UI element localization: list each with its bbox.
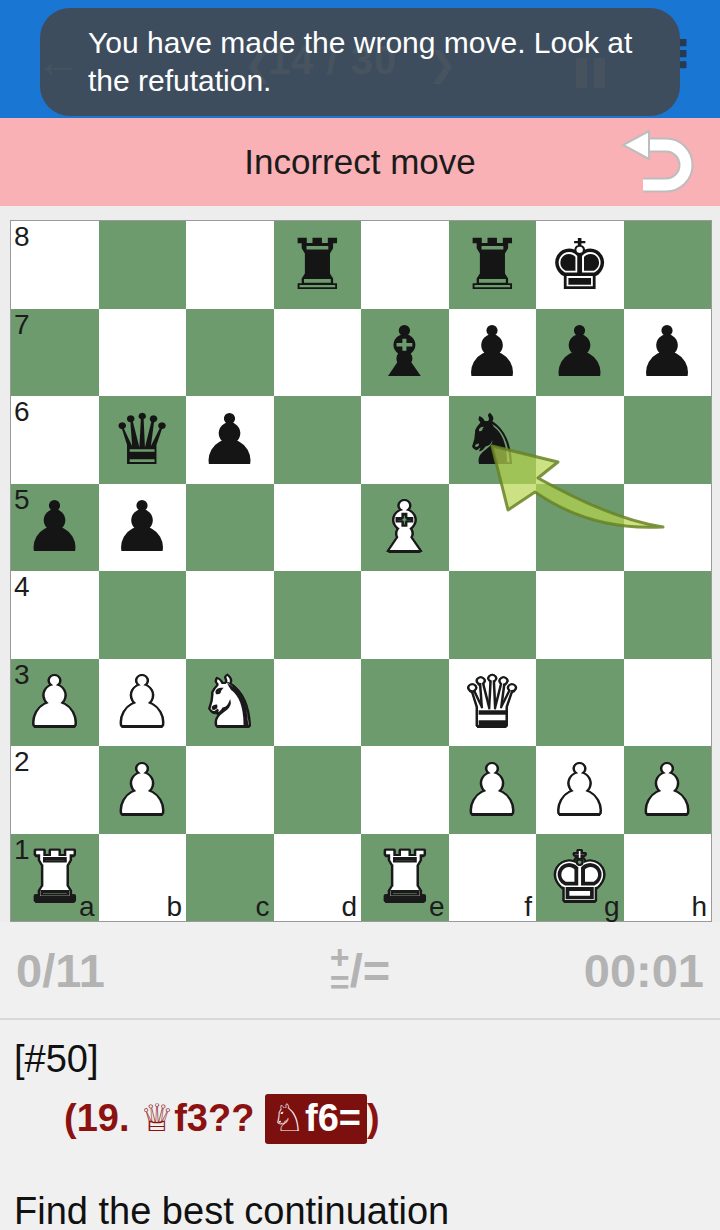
piece-white-pawn[interactable]: ♟ — [111, 667, 174, 737]
square-h6[interactable] — [624, 396, 712, 484]
rank-label-7: 7 — [14, 309, 30, 341]
square-f1[interactable]: f — [449, 834, 537, 922]
square-d5[interactable] — [274, 484, 362, 572]
square-h1[interactable]: h — [624, 834, 712, 922]
square-a8[interactable]: 8 — [11, 221, 99, 309]
file-label-c: c — [256, 891, 270, 923]
square-g2[interactable]: ♟ — [536, 746, 624, 834]
square-b5[interactable]: ♟ — [99, 484, 187, 572]
square-h8[interactable] — [624, 221, 712, 309]
square-g7[interactable]: ♟ — [536, 309, 624, 397]
board-section: 8♜♜♚7♝♟♟♟6♛♟♞5♟♟♝43♟♟♞♛2♟♟♟♟1a♜bcde♜fg♚h — [0, 206, 720, 922]
square-f3[interactable]: ♛ — [449, 659, 537, 747]
square-b1[interactable]: b — [99, 834, 187, 922]
file-label-b: b — [166, 891, 182, 923]
piece-black-king[interactable]: ♚ — [548, 230, 611, 300]
square-c8[interactable] — [186, 221, 274, 309]
square-b8[interactable] — [99, 221, 187, 309]
rank-label-8: 8 — [14, 221, 30, 253]
file-label-g: g — [604, 891, 620, 923]
square-f7[interactable]: ♟ — [449, 309, 537, 397]
eval-rest: /= — [350, 943, 391, 998]
file-label-h: h — [691, 891, 707, 923]
piece-white-pawn[interactable]: ♟ — [548, 755, 611, 825]
square-h2[interactable]: ♟ — [624, 746, 712, 834]
square-e1[interactable]: e♜ — [361, 834, 449, 922]
square-a3[interactable]: 3♟ — [11, 659, 99, 747]
square-b6[interactable]: ♛ — [99, 396, 187, 484]
piece-white-bishop[interactable]: ♝ — [373, 492, 436, 562]
puzzle-number: [#50] — [14, 1034, 706, 1084]
square-a7[interactable]: 7 — [11, 309, 99, 397]
square-a2[interactable]: 2 — [11, 746, 99, 834]
banner-text: Incorrect move — [244, 142, 475, 182]
screen: ← ❮ 14 / 30 ❯ ⋮ You have made the wrong … — [0, 0, 720, 1230]
chess-board[interactable]: 8♜♜♚7♝♟♟♟6♛♟♞5♟♟♝43♟♟♞♛2♟♟♟♟1a♜bcde♜fg♚h — [10, 220, 712, 922]
toast-message: You have made the wrong move. Look at th… — [40, 8, 680, 116]
white-move: f3?? — [174, 1097, 265, 1139]
square-d2[interactable] — [274, 746, 362, 834]
appbar: ← ❮ 14 / 30 ❯ ⋮ You have made the wrong … — [0, 0, 720, 118]
piece-white-pawn[interactable]: ♟ — [636, 755, 699, 825]
score-counter: 0/11 — [16, 943, 105, 998]
piece-white-pawn[interactable]: ♟ — [111, 755, 174, 825]
square-d3[interactable] — [274, 659, 362, 747]
rank-label-6: 6 — [14, 396, 30, 428]
square-h4[interactable] — [624, 571, 712, 659]
square-e2[interactable] — [361, 746, 449, 834]
square-g3[interactable] — [536, 659, 624, 747]
rank-label-1: 1 — [14, 834, 30, 866]
piece-black-knight[interactable]: ♞ — [461, 405, 524, 475]
piece-black-pawn[interactable]: ♟ — [461, 317, 524, 387]
square-b7[interactable] — [99, 309, 187, 397]
square-f5[interactable] — [449, 484, 537, 572]
square-g5[interactable] — [536, 484, 624, 572]
square-c6[interactable]: ♟ — [186, 396, 274, 484]
square-h5[interactable] — [624, 484, 712, 572]
file-label-a: a — [79, 891, 95, 923]
piece-white-queen[interactable]: ♛ — [461, 667, 524, 737]
evaluation-symbol: + = /= — [330, 943, 390, 998]
eval-under: = — [330, 970, 350, 995]
square-b2[interactable]: ♟ — [99, 746, 187, 834]
square-c5[interactable] — [186, 484, 274, 572]
square-a5[interactable]: 5♟ — [11, 484, 99, 572]
rank-label-3: 3 — [14, 659, 30, 691]
black-knight-figurine: ♘ — [271, 1096, 305, 1140]
square-e5[interactable]: ♝ — [361, 484, 449, 572]
piece-white-knight[interactable]: ♞ — [198, 667, 261, 737]
square-b4[interactable] — [99, 571, 187, 659]
task-prompt: Find the best continuation — [14, 1190, 706, 1230]
square-e7[interactable]: ♝ — [361, 309, 449, 397]
piece-black-bishop[interactable]: ♝ — [373, 317, 436, 387]
square-e4[interactable] — [361, 571, 449, 659]
piece-black-pawn[interactable]: ♟ — [548, 317, 611, 387]
file-label-d: d — [341, 891, 357, 923]
square-d7[interactable] — [274, 309, 362, 397]
square-g1[interactable]: g♚ — [536, 834, 624, 922]
square-f8[interactable]: ♜ — [449, 221, 537, 309]
square-b3[interactable]: ♟ — [99, 659, 187, 747]
square-d6[interactable] — [274, 396, 362, 484]
square-a6[interactable]: 6 — [11, 396, 99, 484]
square-h7[interactable]: ♟ — [624, 309, 712, 397]
square-c3[interactable]: ♞ — [186, 659, 274, 747]
incorrect-move-banner: Incorrect move — [0, 118, 720, 206]
piece-white-rook[interactable]: ♜ — [373, 842, 436, 912]
piece-white-pawn[interactable]: ♟ — [461, 755, 524, 825]
square-g4[interactable] — [536, 571, 624, 659]
file-label-f: f — [524, 891, 532, 923]
square-c2[interactable] — [186, 746, 274, 834]
square-a1[interactable]: 1a♜ — [11, 834, 99, 922]
piece-black-pawn[interactable]: ♟ — [636, 317, 699, 387]
piece-black-rook[interactable]: ♜ — [461, 230, 524, 300]
piece-black-pawn[interactable]: ♟ — [198, 405, 261, 475]
square-h3[interactable] — [624, 659, 712, 747]
piece-black-rook[interactable]: ♜ — [286, 230, 349, 300]
square-c1[interactable]: c — [186, 834, 274, 922]
square-g6[interactable] — [536, 396, 624, 484]
timer: 00:01 — [584, 943, 704, 998]
black-move: f6= — [305, 1097, 361, 1139]
square-f4[interactable] — [449, 571, 537, 659]
square-c4[interactable] — [186, 571, 274, 659]
square-e3[interactable] — [361, 659, 449, 747]
refutation-highlight[interactable]: ♘f6= — [265, 1094, 367, 1144]
file-label-e: e — [429, 891, 445, 923]
square-c7[interactable] — [186, 309, 274, 397]
rank-label-5: 5 — [14, 484, 30, 516]
move-suffix: ) — [367, 1097, 380, 1139]
refutation-line[interactable]: (19. ♕f3?? ♘f6=) — [64, 1090, 706, 1146]
rank-label-4: 4 — [14, 571, 30, 603]
square-f2[interactable]: ♟ — [449, 746, 537, 834]
square-f6[interactable]: ♞ — [449, 396, 537, 484]
square-g8[interactable]: ♚ — [536, 221, 624, 309]
move-prefix: (19. — [64, 1097, 140, 1139]
piece-black-pawn[interactable]: ♟ — [111, 492, 174, 562]
piece-white-pawn[interactable]: ♟ — [23, 667, 86, 737]
piece-black-pawn[interactable]: ♟ — [23, 492, 86, 562]
undo-icon[interactable] — [608, 128, 704, 200]
square-d1[interactable]: d — [274, 834, 362, 922]
piece-black-queen[interactable]: ♛ — [111, 405, 174, 475]
square-d4[interactable] — [274, 571, 362, 659]
square-a4[interactable]: 4 — [11, 571, 99, 659]
piece-white-king[interactable]: ♚ — [548, 842, 611, 912]
caption-area: [#50] (19. ♕f3?? ♘f6=) Find the best con… — [0, 1020, 720, 1230]
piece-white-rook[interactable]: ♜ — [23, 842, 86, 912]
status-bar: 0/11 + = /= 00:01 — [0, 922, 720, 1018]
rank-label-2: 2 — [14, 746, 30, 778]
square-e8[interactable] — [361, 221, 449, 309]
square-d8[interactable]: ♜ — [274, 221, 362, 309]
square-e6[interactable] — [361, 396, 449, 484]
white-queen-figurine: ♕ — [140, 1096, 174, 1140]
